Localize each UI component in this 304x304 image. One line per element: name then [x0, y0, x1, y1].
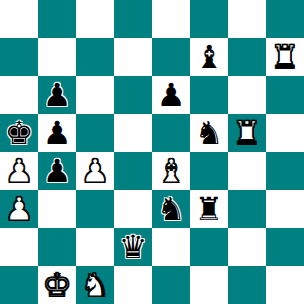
black-knight[interactable]: ♞: [195, 114, 224, 152]
black-bishop[interactable]: ♝: [195, 38, 224, 76]
square-b4[interactable]: ♟: [38, 152, 76, 190]
square-a7[interactable]: [0, 38, 38, 76]
square-a8[interactable]: [0, 0, 38, 38]
square-h1[interactable]: [266, 266, 304, 304]
square-c7[interactable]: [76, 38, 114, 76]
square-g2[interactable]: [228, 228, 266, 266]
square-b1[interactable]: ♚: [38, 266, 76, 304]
black-knight[interactable]: ♞: [157, 190, 186, 228]
square-b6[interactable]: ♟: [38, 76, 76, 114]
square-g8[interactable]: [228, 0, 266, 38]
white-pawn[interactable]: ♟: [81, 152, 110, 190]
square-h4[interactable]: [266, 152, 304, 190]
black-king[interactable]: ♚: [5, 114, 34, 152]
square-h7[interactable]: ♜: [266, 38, 304, 76]
square-f2[interactable]: [190, 228, 228, 266]
square-e3[interactable]: ♞: [152, 190, 190, 228]
square-c8[interactable]: [76, 0, 114, 38]
square-f5[interactable]: ♞: [190, 114, 228, 152]
square-d8[interactable]: [114, 0, 152, 38]
square-b5[interactable]: ♟: [38, 114, 76, 152]
square-a6[interactable]: [0, 76, 38, 114]
square-d6[interactable]: [114, 76, 152, 114]
square-c6[interactable]: [76, 76, 114, 114]
square-d4[interactable]: [114, 152, 152, 190]
square-g3[interactable]: [228, 190, 266, 228]
white-rook[interactable]: ♜: [271, 38, 300, 76]
square-c4[interactable]: ♟: [76, 152, 114, 190]
black-pawn[interactable]: ♟: [43, 152, 72, 190]
square-d7[interactable]: [114, 38, 152, 76]
white-king[interactable]: ♚: [43, 266, 72, 304]
square-b8[interactable]: [38, 0, 76, 38]
square-d1[interactable]: [114, 266, 152, 304]
square-e7[interactable]: [152, 38, 190, 76]
white-knight[interactable]: ♞: [81, 266, 110, 304]
black-pawn[interactable]: ♟: [157, 76, 186, 114]
square-g1[interactable]: [228, 266, 266, 304]
square-a3[interactable]: ♟: [0, 190, 38, 228]
white-pawn[interactable]: ♟: [5, 152, 34, 190]
square-g6[interactable]: [228, 76, 266, 114]
square-a5[interactable]: ♚: [0, 114, 38, 152]
white-pawn[interactable]: ♟: [5, 190, 34, 228]
square-e6[interactable]: ♟: [152, 76, 190, 114]
square-b3[interactable]: [38, 190, 76, 228]
square-a4[interactable]: ♟: [0, 152, 38, 190]
square-f3[interactable]: ♜: [190, 190, 228, 228]
square-e2[interactable]: [152, 228, 190, 266]
square-e5[interactable]: [152, 114, 190, 152]
square-c2[interactable]: [76, 228, 114, 266]
square-f1[interactable]: [190, 266, 228, 304]
square-a2[interactable]: [0, 228, 38, 266]
square-b2[interactable]: [38, 228, 76, 266]
square-g4[interactable]: [228, 152, 266, 190]
square-d3[interactable]: [114, 190, 152, 228]
square-c1[interactable]: ♞: [76, 266, 114, 304]
square-h8[interactable]: [266, 0, 304, 38]
square-h3[interactable]: [266, 190, 304, 228]
square-d2[interactable]: ♛: [114, 228, 152, 266]
black-queen[interactable]: ♛: [119, 228, 148, 266]
square-h2[interactable]: [266, 228, 304, 266]
square-e4[interactable]: ♝: [152, 152, 190, 190]
square-d5[interactable]: [114, 114, 152, 152]
square-g7[interactable]: [228, 38, 266, 76]
black-pawn[interactable]: ♟: [43, 76, 72, 114]
square-f4[interactable]: [190, 152, 228, 190]
white-bishop[interactable]: ♝: [157, 152, 186, 190]
square-f6[interactable]: [190, 76, 228, 114]
chess-board: ♝♜♟♟♚♟♞♜♟♟♟♝♟♞♜♛♚♞: [0, 0, 304, 304]
square-f8[interactable]: [190, 0, 228, 38]
square-e1[interactable]: [152, 266, 190, 304]
square-e8[interactable]: [152, 0, 190, 38]
square-g5[interactable]: ♜: [228, 114, 266, 152]
square-f7[interactable]: ♝: [190, 38, 228, 76]
square-a1[interactable]: [0, 266, 38, 304]
square-b7[interactable]: [38, 38, 76, 76]
square-h6[interactable]: [266, 76, 304, 114]
white-rook[interactable]: ♜: [233, 114, 262, 152]
square-c3[interactable]: [76, 190, 114, 228]
black-pawn[interactable]: ♟: [43, 114, 72, 152]
square-h5[interactable]: [266, 114, 304, 152]
square-c5[interactable]: [76, 114, 114, 152]
black-rook[interactable]: ♜: [195, 190, 224, 228]
